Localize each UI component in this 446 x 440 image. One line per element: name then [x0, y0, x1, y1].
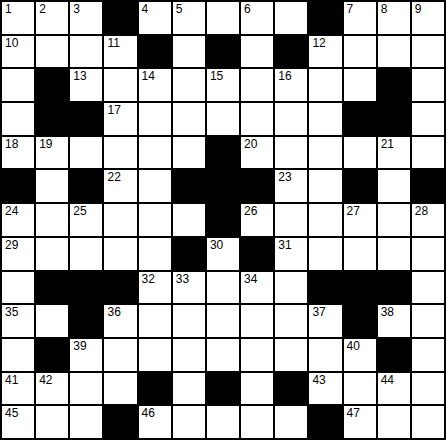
cell-r12c13[interactable] — [412, 373, 444, 405]
clue-number: 47 — [347, 406, 360, 420]
cell-r5c1[interactable]: 18 — [2, 137, 34, 169]
cell-r11c1[interactable] — [2, 339, 34, 371]
cell-r4c8[interactable] — [241, 103, 273, 135]
clue-number: 45 — [5, 406, 18, 420]
cell-r9c5[interactable]: 32 — [139, 272, 171, 304]
clue-number: 21 — [381, 137, 394, 151]
cell-r2c13[interactable] — [412, 36, 444, 68]
black-cell-r4c11 — [344, 103, 376, 135]
black-cell-r11c12 — [378, 339, 410, 371]
cell-r10c10[interactable]: 37 — [309, 305, 341, 337]
black-cell-r4c12 — [378, 103, 410, 135]
cell-r5c9[interactable] — [275, 137, 307, 169]
cell-r8c3[interactable] — [70, 238, 102, 270]
cell-r2c8[interactable] — [241, 36, 273, 68]
cell-r3c9[interactable]: 16 — [275, 69, 307, 101]
cell-r13c3[interactable] — [70, 406, 102, 438]
cell-r1c6[interactable]: 5 — [173, 2, 205, 34]
cell-r11c9[interactable] — [275, 339, 307, 371]
cell-r7c11[interactable]: 27 — [344, 204, 376, 236]
black-cell-r9c10 — [309, 272, 341, 304]
cell-r1c2[interactable]: 2 — [36, 2, 68, 34]
cell-r6c2[interactable] — [36, 170, 68, 202]
cell-r7c4[interactable] — [104, 204, 136, 236]
cell-r13c6[interactable] — [173, 406, 205, 438]
black-cell-r9c2 — [36, 272, 68, 304]
clue-number: 20 — [244, 137, 257, 151]
cell-r12c10[interactable]: 43 — [309, 373, 341, 405]
cell-r8c13[interactable] — [412, 238, 444, 270]
clue-number: 25 — [73, 204, 86, 218]
cell-r12c11[interactable] — [344, 373, 376, 405]
cell-r10c5[interactable] — [139, 305, 171, 337]
cell-r7c13[interactable]: 28 — [412, 204, 444, 236]
black-cell-r6c1 — [2, 170, 34, 202]
cell-r5c10[interactable] — [309, 137, 341, 169]
cell-r10c9[interactable] — [275, 305, 307, 337]
cell-r8c10[interactable] — [309, 238, 341, 270]
cell-r7c1[interactable]: 24 — [2, 204, 34, 236]
cell-r2c2[interactable] — [36, 36, 68, 68]
cell-r7c6[interactable] — [173, 204, 205, 236]
cell-r1c9[interactable] — [275, 2, 307, 34]
black-cell-r1c10 — [309, 2, 341, 34]
clue-number: 11 — [107, 36, 119, 50]
cell-r11c11[interactable]: 40 — [344, 339, 376, 371]
black-cell-r3c2 — [36, 69, 68, 101]
cell-r11c3[interactable]: 39 — [70, 339, 102, 371]
clue-number: 35 — [5, 305, 18, 319]
cell-r7c9[interactable] — [275, 204, 307, 236]
cell-r3c7[interactable]: 15 — [207, 69, 239, 101]
cell-r5c11[interactable] — [344, 137, 376, 169]
cell-r2c12[interactable] — [378, 36, 410, 68]
cell-r5c4[interactable] — [104, 137, 136, 169]
cell-r8c1[interactable]: 29 — [2, 238, 34, 270]
cell-r5c5[interactable] — [139, 137, 171, 169]
cell-r9c7[interactable] — [207, 272, 239, 304]
cell-r12c2[interactable]: 42 — [36, 373, 68, 405]
clue-number: 7 — [347, 2, 354, 16]
clue-number: 12 — [312, 36, 325, 50]
cell-r9c1[interactable] — [2, 272, 34, 304]
clue-number: 29 — [5, 238, 18, 252]
cell-r9c13[interactable] — [412, 272, 444, 304]
cell-r11c5[interactable] — [139, 339, 171, 371]
clue-number: 24 — [5, 204, 18, 218]
cell-r1c1[interactable]: 1 — [2, 2, 34, 34]
cell-r8c2[interactable] — [36, 238, 68, 270]
cell-r7c10[interactable] — [309, 204, 341, 236]
clue-number: 13 — [73, 69, 86, 83]
cell-r10c2[interactable] — [36, 305, 68, 337]
cell-r7c2[interactable] — [36, 204, 68, 236]
clue-number: 14 — [142, 69, 155, 83]
cell-r5c12[interactable]: 21 — [378, 137, 410, 169]
black-cell-r13c4 — [104, 406, 136, 438]
cell-r10c4[interactable]: 36 — [104, 305, 136, 337]
cell-r3c1[interactable] — [2, 69, 34, 101]
cell-r4c7[interactable] — [207, 103, 239, 135]
clue-number: 41 — [5, 373, 18, 387]
cell-r3c13[interactable] — [412, 69, 444, 101]
clue-number: 10 — [5, 36, 18, 50]
cell-r11c8[interactable] — [241, 339, 273, 371]
cell-r8c12[interactable] — [378, 238, 410, 270]
cell-r4c9[interactable] — [275, 103, 307, 135]
crossword-puzzle: 1234567891011121314151617181920212223242… — [0, 0, 446, 440]
clue-number: 37 — [312, 305, 325, 319]
cell-r12c8[interactable] — [241, 373, 273, 405]
cell-r10c8[interactable] — [241, 305, 273, 337]
black-cell-r2c9 — [275, 36, 307, 68]
cell-r8c4[interactable] — [104, 238, 136, 270]
clue-number: 15 — [210, 69, 223, 83]
clue-number: 44 — [381, 373, 394, 387]
cell-r10c6[interactable] — [173, 305, 205, 337]
cell-r8c5[interactable] — [139, 238, 171, 270]
cell-r8c11[interactable] — [344, 238, 376, 270]
black-cell-r12c9 — [275, 373, 307, 405]
cell-r1c11[interactable]: 7 — [344, 2, 376, 34]
cell-r10c13[interactable] — [412, 305, 444, 337]
cell-r11c13[interactable] — [412, 339, 444, 371]
clue-number: 33 — [176, 272, 189, 286]
black-cell-r5c7 — [207, 137, 239, 169]
cell-r11c4[interactable] — [104, 339, 136, 371]
cell-r4c5[interactable] — [139, 103, 171, 135]
crossword-board: 1234567891011121314151617181920212223242… — [0, 0, 446, 440]
clue-number: 9 — [415, 2, 422, 16]
clue-number: 4 — [142, 2, 149, 16]
black-cell-r8c6 — [173, 238, 205, 270]
cell-r3c4[interactable] — [104, 69, 136, 101]
cell-r5c2[interactable]: 19 — [36, 137, 68, 169]
clue-number: 42 — [39, 373, 52, 387]
clue-number: 6 — [244, 2, 251, 16]
black-cell-r10c3 — [70, 305, 102, 337]
clue-number: 32 — [142, 272, 155, 286]
cell-r7c3[interactable]: 25 — [70, 204, 102, 236]
clue-number: 28 — [415, 204, 428, 218]
black-cell-r6c6 — [173, 170, 205, 202]
cell-r13c9[interactable] — [275, 406, 307, 438]
black-cell-r6c11 — [344, 170, 376, 202]
cell-r5c8[interactable]: 20 — [241, 137, 273, 169]
clue-number: 5 — [176, 2, 183, 16]
black-cell-r12c5 — [139, 373, 171, 405]
clue-number: 18 — [5, 137, 18, 151]
clue-number: 23 — [278, 170, 291, 184]
black-cell-r12c7 — [207, 373, 239, 405]
cell-r13c13[interactable] — [412, 406, 444, 438]
cell-r3c11[interactable] — [344, 69, 376, 101]
black-cell-r3c12 — [378, 69, 410, 101]
cell-r12c3[interactable] — [70, 373, 102, 405]
cell-r6c5[interactable] — [139, 170, 171, 202]
cell-r2c1[interactable]: 10 — [2, 36, 34, 68]
cell-r13c11[interactable]: 47 — [344, 406, 376, 438]
black-cell-r7c7 — [207, 204, 239, 236]
cell-r12c1[interactable]: 41 — [2, 373, 34, 405]
cell-r10c1[interactable]: 35 — [2, 305, 34, 337]
black-cell-r2c5 — [139, 36, 171, 68]
cell-r9c6[interactable]: 33 — [173, 272, 205, 304]
cell-r4c10[interactable] — [309, 103, 341, 135]
cell-r1c8[interactable]: 6 — [241, 2, 273, 34]
cell-r2c10[interactable]: 12 — [309, 36, 341, 68]
cell-r2c4[interactable]: 11 — [104, 36, 136, 68]
black-cell-r6c13 — [412, 170, 444, 202]
cell-r2c11[interactable] — [344, 36, 376, 68]
cell-r1c12[interactable]: 8 — [378, 2, 410, 34]
clue-number: 34 — [244, 272, 257, 286]
clue-number: 8 — [381, 2, 388, 16]
clue-number: 22 — [107, 170, 120, 184]
cell-r6c12[interactable] — [378, 170, 410, 202]
cell-r8c7[interactable]: 30 — [207, 238, 239, 270]
cell-r11c10[interactable] — [309, 339, 341, 371]
clue-number: 1 — [5, 2, 12, 16]
clue-number: 3 — [73, 2, 80, 16]
cell-r12c4[interactable] — [104, 373, 136, 405]
cell-r3c5[interactable]: 14 — [139, 69, 171, 101]
cell-r9c8[interactable]: 34 — [241, 272, 273, 304]
cell-r1c13[interactable]: 9 — [412, 2, 444, 34]
black-cell-r10c11 — [344, 305, 376, 337]
cell-r5c3[interactable] — [70, 137, 102, 169]
cell-r5c13[interactable] — [412, 137, 444, 169]
clue-number: 26 — [244, 204, 257, 218]
cell-r7c8[interactable]: 26 — [241, 204, 273, 236]
clue-number: 2 — [39, 2, 46, 16]
clue-number: 27 — [347, 204, 360, 218]
cell-r9c9[interactable] — [275, 272, 307, 304]
clue-number: 39 — [73, 339, 86, 353]
black-cell-r4c3 — [70, 103, 102, 135]
cell-r3c10[interactable] — [309, 69, 341, 101]
cell-r13c12[interactable] — [378, 406, 410, 438]
cell-r1c7[interactable] — [207, 2, 239, 34]
black-cell-r13c10 — [309, 406, 341, 438]
cell-r5c6[interactable] — [173, 137, 205, 169]
black-cell-r1c4 — [104, 2, 136, 34]
cell-r13c5[interactable]: 46 — [139, 406, 171, 438]
clue-number: 17 — [107, 103, 120, 117]
clue-number: 31 — [278, 238, 291, 252]
cell-r13c7[interactable] — [207, 406, 239, 438]
cell-r12c6[interactable] — [173, 373, 205, 405]
cell-r12c12[interactable]: 44 — [378, 373, 410, 405]
clue-number: 38 — [381, 305, 394, 319]
black-cell-r2c7 — [207, 36, 239, 68]
cell-r4c1[interactable] — [2, 103, 34, 135]
black-cell-r11c2 — [36, 339, 68, 371]
cell-r13c2[interactable] — [36, 406, 68, 438]
cell-r8c9[interactable]: 31 — [275, 238, 307, 270]
cell-r6c9[interactable]: 23 — [275, 170, 307, 202]
cell-r3c6[interactable] — [173, 69, 205, 101]
black-cell-r9c12 — [378, 272, 410, 304]
clue-number: 43 — [312, 373, 325, 387]
cell-r7c12[interactable] — [378, 204, 410, 236]
black-cell-r6c3 — [70, 170, 102, 202]
clue-number: 16 — [278, 69, 291, 83]
black-cell-r9c4 — [104, 272, 136, 304]
clue-number: 46 — [142, 406, 155, 420]
cell-r4c6[interactable] — [173, 103, 205, 135]
cell-r4c4[interactable]: 17 — [104, 103, 136, 135]
cell-r11c7[interactable] — [207, 339, 239, 371]
cell-r3c3[interactable]: 13 — [70, 69, 102, 101]
clue-number: 40 — [347, 339, 360, 353]
cell-r10c7[interactable] — [207, 305, 239, 337]
black-cell-r6c8 — [241, 170, 273, 202]
cell-r7c5[interactable] — [139, 204, 171, 236]
black-cell-r8c8 — [241, 238, 273, 270]
cell-r2c3[interactable] — [70, 36, 102, 68]
black-cell-r9c3 — [70, 272, 102, 304]
cell-r4c13[interactable] — [412, 103, 444, 135]
cell-r1c3[interactable]: 3 — [70, 2, 102, 34]
cell-r6c4[interactable]: 22 — [104, 170, 136, 202]
cell-r6c10[interactable] — [309, 170, 341, 202]
black-cell-r9c11 — [344, 272, 376, 304]
cell-r2c6[interactable] — [173, 36, 205, 68]
clue-number: 30 — [210, 238, 223, 252]
clue-number: 19 — [39, 137, 52, 151]
cell-r10c12[interactable]: 38 — [378, 305, 410, 337]
black-cell-r6c7 — [207, 170, 239, 202]
cell-r11c6[interactable] — [173, 339, 205, 371]
cell-r3c8[interactable] — [241, 69, 273, 101]
clue-number: 36 — [107, 305, 120, 319]
black-cell-r4c2 — [36, 103, 68, 135]
cell-r13c1[interactable]: 45 — [2, 406, 34, 438]
cell-r1c5[interactable]: 4 — [139, 2, 171, 34]
cell-r13c8[interactable] — [241, 406, 273, 438]
